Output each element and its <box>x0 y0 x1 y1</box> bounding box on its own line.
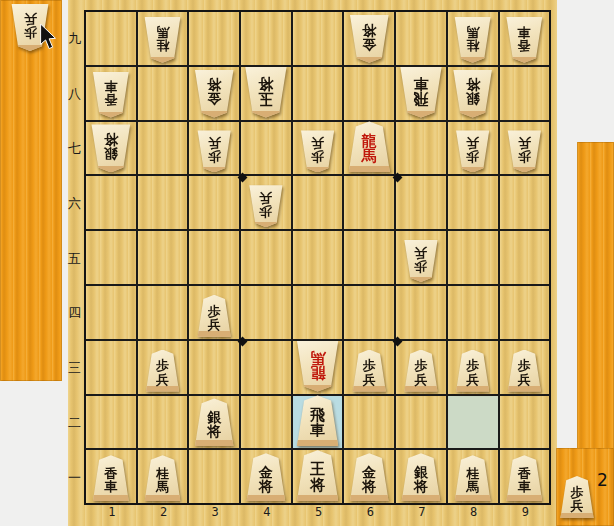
square-9-4[interactable] <box>500 286 550 339</box>
square-8-6[interactable] <box>448 176 498 229</box>
square-8-1[interactable]: 桂馬 <box>448 450 498 503</box>
piece-kanji: 歩兵 <box>208 305 221 332</box>
square-2-3[interactable]: 歩兵 <box>138 341 188 394</box>
piece-rook[interactable]: 飛車 <box>398 67 443 118</box>
square-9-1[interactable]: 香車 <box>500 450 550 503</box>
square-4-3[interactable] <box>241 341 291 394</box>
piece-kanji: 金将 <box>259 465 273 494</box>
file-label: 1 <box>86 505 138 519</box>
square-8-9[interactable]: 桂馬 <box>448 12 498 65</box>
rank-label: 五 <box>66 231 83 286</box>
piece-king[interactable]: 玉将 <box>243 67 288 118</box>
piece-kanji: 飛車 <box>413 75 428 106</box>
piece-kanji: 金将 <box>207 77 221 106</box>
square-3-8[interactable]: 金将 <box>189 67 239 120</box>
piece-king[interactable]: 王将 <box>295 450 340 501</box>
piece-knight[interactable]: 桂馬 <box>143 455 182 501</box>
piece-pawn[interactable]: 歩兵 <box>403 350 439 392</box>
piece-kanji: 銀将 <box>104 132 118 161</box>
rank-label: 四 <box>66 286 83 341</box>
piece-promoted-bishop[interactable]: 龍馬 <box>347 121 392 172</box>
piece-gold[interactable]: 金将 <box>245 453 287 501</box>
piece-kanji: 香車 <box>104 467 117 494</box>
piece-kanji: 歩兵 <box>466 136 479 163</box>
square-3-1[interactable] <box>189 450 239 503</box>
square-6-2[interactable] <box>344 396 394 449</box>
square-5-6[interactable] <box>293 176 343 229</box>
hand-pawn-count: 2 <box>597 470 608 490</box>
piece-kanji: 飛車 <box>310 408 325 439</box>
piece-pawn[interactable]: 歩兵 <box>506 350 542 392</box>
square-4-8[interactable]: 玉将 <box>241 67 291 120</box>
piece-kanji: 歩兵 <box>24 12 37 39</box>
rank-labels: 九八七六五四三二一 <box>66 12 83 505</box>
piece-silver[interactable]: 銀将 <box>400 453 442 501</box>
square-9-9[interactable]: 香車 <box>500 12 550 65</box>
square-1-9[interactable] <box>86 12 136 65</box>
square-5-3[interactable]: 龍馬 <box>293 341 343 394</box>
piece-lance[interactable]: 香車 <box>505 17 544 63</box>
square-7-6[interactable] <box>396 176 446 229</box>
square-8-2[interactable] <box>448 396 498 449</box>
piece-kanji: 王将 <box>310 462 325 493</box>
square-6-4[interactable] <box>344 286 394 339</box>
square-2-9[interactable]: 桂馬 <box>138 12 188 65</box>
piece-kanji: 歩兵 <box>363 359 376 386</box>
square-6-3[interactable]: 歩兵 <box>344 341 394 394</box>
square-6-7[interactable]: 龍馬 <box>344 122 394 175</box>
square-8-5[interactable] <box>448 231 498 284</box>
square-5-2[interactable]: 飛車 <box>293 396 343 449</box>
square-3-4[interactable]: 歩兵 <box>189 286 239 339</box>
rank-label: 八 <box>66 67 83 122</box>
piece-kanji: 歩兵 <box>414 359 427 386</box>
file-label: 9 <box>500 505 552 519</box>
piece-kanji: 龍馬 <box>362 134 377 165</box>
square-4-1[interactable]: 金将 <box>241 450 291 503</box>
square-3-2[interactable]: 銀将 <box>189 396 239 449</box>
piece-kanji: 歩兵 <box>571 486 584 513</box>
square-9-8[interactable] <box>500 67 550 120</box>
hand-piece-pawn-sente[interactable]: 歩兵 <box>559 476 595 518</box>
square-1-1[interactable]: 香車 <box>86 450 136 503</box>
piece-pawn[interactable]: 歩兵 <box>145 350 181 392</box>
piece-pawn[interactable]: 歩兵 <box>300 130 336 172</box>
rank-label: 九 <box>66 12 83 67</box>
square-4-4[interactable] <box>241 286 291 339</box>
square-1-5[interactable] <box>86 231 136 284</box>
square-4-6[interactable]: 歩兵 <box>241 176 291 229</box>
piece-silver[interactable]: 銀将 <box>90 124 132 172</box>
file-label: 7 <box>396 505 448 519</box>
file-label: 5 <box>293 505 345 519</box>
rank-label: 六 <box>66 176 83 231</box>
square-4-7[interactable] <box>241 122 291 175</box>
piece-kanji: 歩兵 <box>414 246 427 273</box>
square-3-3[interactable] <box>189 341 239 394</box>
piece-pawn[interactable]: 歩兵 <box>455 350 491 392</box>
square-8-3[interactable]: 歩兵 <box>448 341 498 394</box>
square-5-1[interactable]: 王将 <box>293 450 343 503</box>
square-8-4[interactable] <box>448 286 498 339</box>
piece-kanji: 歩兵 <box>518 136 531 163</box>
square-7-2[interactable] <box>396 396 446 449</box>
square-7-1[interactable]: 銀将 <box>396 450 446 503</box>
piece-pawn[interactable]: 歩兵 <box>403 240 439 282</box>
piece-pawn[interactable]: 歩兵 <box>351 350 387 392</box>
shogi-app: 九八七六五四三二一 123456789 桂馬金将桂馬香車香車金将玉将飛車銀将銀将… <box>0 0 614 526</box>
piece-kanji: 桂馬 <box>156 467 169 494</box>
piece-kanji: 龍馬 <box>310 349 325 380</box>
square-7-3[interactable]: 歩兵 <box>396 341 446 394</box>
piece-kanji: 桂馬 <box>466 467 479 494</box>
square-4-2[interactable] <box>241 396 291 449</box>
square-7-5[interactable]: 歩兵 <box>396 231 446 284</box>
shogi-board: 桂馬金将桂馬香車香車金将玉将飛車銀将銀将歩兵歩兵龍馬歩兵歩兵歩兵歩兵歩兵歩兵龍馬… <box>84 10 551 505</box>
square-1-2[interactable] <box>86 396 136 449</box>
piece-kanji: 歩兵 <box>466 359 479 386</box>
square-7-4[interactable] <box>396 286 446 339</box>
piece-pawn[interactable]: 歩兵 <box>506 130 542 172</box>
piece-kanji: 香車 <box>518 25 531 52</box>
piece-kanji: 香車 <box>104 79 117 106</box>
square-1-3[interactable] <box>86 341 136 394</box>
square-7-9[interactable] <box>396 12 446 65</box>
piece-kanji: 歩兵 <box>208 136 221 163</box>
piece-pawn[interactable]: 歩兵 <box>196 295 232 337</box>
square-4-9[interactable] <box>241 12 291 65</box>
square-1-4[interactable] <box>86 286 136 339</box>
piece-promoted-bishop[interactable]: 龍馬 <box>295 341 340 392</box>
square-6-6[interactable] <box>344 176 394 229</box>
piece-kanji: 銀将 <box>466 77 480 106</box>
square-6-1[interactable]: 金将 <box>344 450 394 503</box>
piece-kanji: 金将 <box>362 465 376 494</box>
piece-kanji: 歩兵 <box>156 359 169 386</box>
file-label: 2 <box>138 505 190 519</box>
piece-kanji: 玉将 <box>258 75 273 106</box>
square-4-5[interactable] <box>241 231 291 284</box>
piece-knight[interactable]: 桂馬 <box>143 17 182 63</box>
square-2-7[interactable] <box>138 122 188 175</box>
square-1-6[interactable] <box>86 176 136 229</box>
square-9-5[interactable] <box>500 231 550 284</box>
rank-label: 七 <box>66 122 83 177</box>
square-3-6[interactable] <box>189 176 239 229</box>
piece-kanji: 銀将 <box>207 410 221 439</box>
piece-stand-top-left[interactable] <box>0 0 62 381</box>
rank-label: 一 <box>66 450 83 505</box>
square-6-8[interactable] <box>344 67 394 120</box>
piece-knight[interactable]: 桂馬 <box>453 455 492 501</box>
piece-kanji: 香車 <box>518 467 531 494</box>
piece-lance[interactable]: 香車 <box>91 455 130 501</box>
square-9-7[interactable]: 歩兵 <box>500 122 550 175</box>
square-9-3[interactable]: 歩兵 <box>500 341 550 394</box>
square-3-9[interactable] <box>189 12 239 65</box>
square-2-5[interactable] <box>138 231 188 284</box>
square-7-7[interactable] <box>396 122 446 175</box>
file-label: 3 <box>189 505 241 519</box>
piece-kanji: 歩兵 <box>259 191 272 218</box>
piece-kanji: 歩兵 <box>518 359 531 386</box>
piece-kanji: 歩兵 <box>311 136 324 163</box>
square-9-2[interactable] <box>500 396 550 449</box>
piece-gold[interactable]: 金将 <box>348 453 390 501</box>
square-2-1[interactable]: 桂馬 <box>138 450 188 503</box>
square-2-8[interactable] <box>138 67 188 120</box>
square-3-7[interactable]: 歩兵 <box>189 122 239 175</box>
square-5-8[interactable] <box>293 67 343 120</box>
piece-silver[interactable]: 銀将 <box>193 398 235 446</box>
file-labels: 123456789 <box>86 505 551 519</box>
square-5-5[interactable] <box>293 231 343 284</box>
piece-pawn[interactable]: 歩兵 <box>248 185 284 227</box>
square-1-8[interactable]: 香車 <box>86 67 136 120</box>
rank-label: 三 <box>66 341 83 396</box>
rank-label: 二 <box>66 396 83 451</box>
square-3-5[interactable] <box>189 231 239 284</box>
square-2-4[interactable] <box>138 286 188 339</box>
piece-pawn[interactable]: 歩兵 <box>196 130 232 172</box>
file-label: 4 <box>241 505 293 519</box>
square-8-8[interactable]: 銀将 <box>448 67 498 120</box>
piece-knight[interactable]: 桂馬 <box>453 17 492 63</box>
square-6-5[interactable] <box>344 231 394 284</box>
piece-pawn[interactable]: 歩兵 <box>455 130 491 172</box>
piece-silver[interactable]: 銀将 <box>452 70 494 118</box>
square-5-7[interactable]: 歩兵 <box>293 122 343 175</box>
file-label: 6 <box>344 505 396 519</box>
piece-rook[interactable]: 飛車 <box>295 395 340 446</box>
square-2-2[interactable] <box>138 396 188 449</box>
piece-gold[interactable]: 金将 <box>348 15 390 63</box>
square-8-7[interactable]: 歩兵 <box>448 122 498 175</box>
piece-kanji: 桂馬 <box>466 25 479 52</box>
square-7-8[interactable]: 飛車 <box>396 67 446 120</box>
square-5-4[interactable] <box>293 286 343 339</box>
mouse-cursor-icon <box>40 24 58 52</box>
piece-kanji: 金将 <box>362 23 376 52</box>
square-1-7[interactable]: 銀将 <box>86 122 136 175</box>
file-label: 8 <box>448 505 500 519</box>
piece-gold[interactable]: 金将 <box>193 70 235 118</box>
square-6-9[interactable]: 金将 <box>344 12 394 65</box>
piece-lance[interactable]: 香車 <box>505 455 544 501</box>
square-9-6[interactable] <box>500 176 550 229</box>
square-2-6[interactable] <box>138 176 188 229</box>
piece-kanji: 桂馬 <box>156 25 169 52</box>
piece-kanji: 銀将 <box>414 465 428 494</box>
piece-lance[interactable]: 香車 <box>91 72 130 118</box>
square-5-9[interactable] <box>293 12 343 65</box>
